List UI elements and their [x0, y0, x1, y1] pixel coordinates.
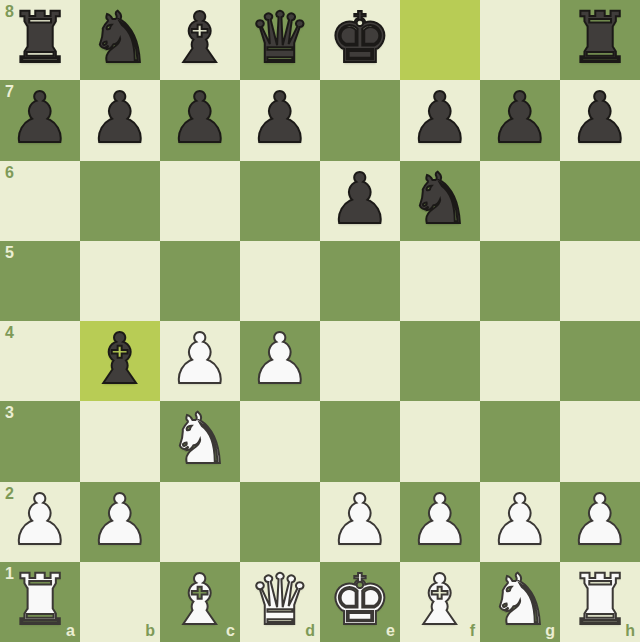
piece-white-pawn[interactable]: ♟	[9, 485, 72, 555]
piece-white-bishop[interactable]: ♝	[409, 565, 472, 635]
piece-white-knight[interactable]: ♞	[489, 565, 552, 635]
square-f7[interactable]: ♟	[400, 80, 480, 160]
square-d2[interactable]	[240, 482, 320, 562]
piece-black-bishop[interactable]: ♝	[89, 324, 152, 394]
square-f4[interactable]	[400, 321, 480, 401]
piece-white-pawn[interactable]: ♟	[489, 485, 552, 555]
square-c5[interactable]	[160, 241, 240, 321]
square-b4[interactable]: ♝	[80, 321, 160, 401]
square-c6[interactable]	[160, 161, 240, 241]
square-g1[interactable]: g♞	[480, 562, 560, 642]
piece-black-pawn[interactable]: ♟	[329, 164, 392, 234]
piece-white-pawn[interactable]: ♟	[409, 485, 472, 555]
piece-white-king[interactable]: ♚	[329, 565, 392, 635]
square-b5[interactable]	[80, 241, 160, 321]
piece-black-pawn[interactable]: ♟	[9, 83, 72, 153]
square-h1[interactable]: h♜	[560, 562, 640, 642]
square-a5[interactable]: 5	[0, 241, 80, 321]
square-d5[interactable]	[240, 241, 320, 321]
square-b8[interactable]: ♞	[80, 0, 160, 80]
square-d7[interactable]: ♟	[240, 80, 320, 160]
square-h5[interactable]	[560, 241, 640, 321]
square-b6[interactable]	[80, 161, 160, 241]
piece-white-knight[interactable]: ♞	[169, 404, 232, 474]
square-h7[interactable]: ♟	[560, 80, 640, 160]
piece-white-pawn[interactable]: ♟	[249, 324, 312, 394]
piece-white-bishop[interactable]: ♝	[169, 565, 232, 635]
piece-black-king[interactable]: ♚	[329, 3, 392, 73]
piece-white-queen[interactable]: ♛	[249, 565, 312, 635]
square-b3[interactable]	[80, 401, 160, 481]
square-f6[interactable]: ♞	[400, 161, 480, 241]
square-a6[interactable]: 6	[0, 161, 80, 241]
square-h6[interactable]	[560, 161, 640, 241]
square-e4[interactable]	[320, 321, 400, 401]
square-f3[interactable]	[400, 401, 480, 481]
square-f2[interactable]: ♟	[400, 482, 480, 562]
square-d8[interactable]: ♛	[240, 0, 320, 80]
square-e8[interactable]: ♚	[320, 0, 400, 80]
piece-black-knight[interactable]: ♞	[89, 3, 152, 73]
piece-black-pawn[interactable]: ♟	[249, 83, 312, 153]
piece-black-pawn[interactable]: ♟	[569, 83, 632, 153]
square-d6[interactable]	[240, 161, 320, 241]
piece-black-queen[interactable]: ♛	[249, 3, 312, 73]
square-a8[interactable]: 8♜	[0, 0, 80, 80]
square-g6[interactable]	[480, 161, 560, 241]
square-d4[interactable]: ♟	[240, 321, 320, 401]
piece-white-rook[interactable]: ♜	[9, 565, 72, 635]
square-g2[interactable]: ♟	[480, 482, 560, 562]
square-g5[interactable]	[480, 241, 560, 321]
square-e2[interactable]: ♟	[320, 482, 400, 562]
square-d1[interactable]: d♛	[240, 562, 320, 642]
square-a3[interactable]: 3	[0, 401, 80, 481]
piece-black-pawn[interactable]: ♟	[489, 83, 552, 153]
rank-label-3: 3	[5, 405, 14, 421]
square-e1[interactable]: e♚	[320, 562, 400, 642]
square-a1[interactable]: 1a♜	[0, 562, 80, 642]
chess-board[interactable]: 8♜♞♝♛♚♜7♟♟♟♟♟♟♟6♟♞54♝♟♟3♞2♟♟♟♟♟♟1a♜bc♝d♛…	[0, 0, 640, 642]
piece-black-rook[interactable]: ♜	[569, 3, 632, 73]
piece-white-rook[interactable]: ♜	[569, 565, 632, 635]
square-d3[interactable]	[240, 401, 320, 481]
square-e5[interactable]	[320, 241, 400, 321]
square-c2[interactable]	[160, 482, 240, 562]
square-f5[interactable]	[400, 241, 480, 321]
square-g4[interactable]	[480, 321, 560, 401]
square-h8[interactable]: ♜	[560, 0, 640, 80]
square-e3[interactable]	[320, 401, 400, 481]
square-h2[interactable]: ♟	[560, 482, 640, 562]
piece-black-rook[interactable]: ♜	[9, 3, 72, 73]
file-label-b: b	[145, 623, 155, 639]
square-c8[interactable]: ♝	[160, 0, 240, 80]
piece-white-pawn[interactable]: ♟	[89, 485, 152, 555]
square-h4[interactable]	[560, 321, 640, 401]
square-h3[interactable]	[560, 401, 640, 481]
square-b2[interactable]: ♟	[80, 482, 160, 562]
square-g7[interactable]: ♟	[480, 80, 560, 160]
square-f8[interactable]	[400, 0, 480, 80]
piece-white-pawn[interactable]: ♟	[329, 485, 392, 555]
piece-black-pawn[interactable]: ♟	[89, 83, 152, 153]
square-c7[interactable]: ♟	[160, 80, 240, 160]
square-f1[interactable]: f♝	[400, 562, 480, 642]
square-a7[interactable]: 7♟	[0, 80, 80, 160]
piece-black-pawn[interactable]: ♟	[409, 83, 472, 153]
rank-label-6: 6	[5, 165, 14, 181]
square-g8[interactable]	[480, 0, 560, 80]
square-b7[interactable]: ♟	[80, 80, 160, 160]
piece-black-bishop[interactable]: ♝	[169, 3, 232, 73]
square-g3[interactable]	[480, 401, 560, 481]
square-c1[interactable]: c♝	[160, 562, 240, 642]
square-e6[interactable]: ♟	[320, 161, 400, 241]
square-a4[interactable]: 4	[0, 321, 80, 401]
rank-label-4: 4	[5, 325, 14, 341]
piece-white-pawn[interactable]: ♟	[569, 485, 632, 555]
square-b1[interactable]: b	[80, 562, 160, 642]
piece-white-pawn[interactable]: ♟	[169, 324, 232, 394]
square-c4[interactable]: ♟	[160, 321, 240, 401]
piece-black-pawn[interactable]: ♟	[169, 83, 232, 153]
rank-label-5: 5	[5, 245, 14, 261]
square-a2[interactable]: 2♟	[0, 482, 80, 562]
square-e7[interactable]	[320, 80, 400, 160]
piece-black-knight[interactable]: ♞	[409, 164, 472, 234]
square-c3[interactable]: ♞	[160, 401, 240, 481]
